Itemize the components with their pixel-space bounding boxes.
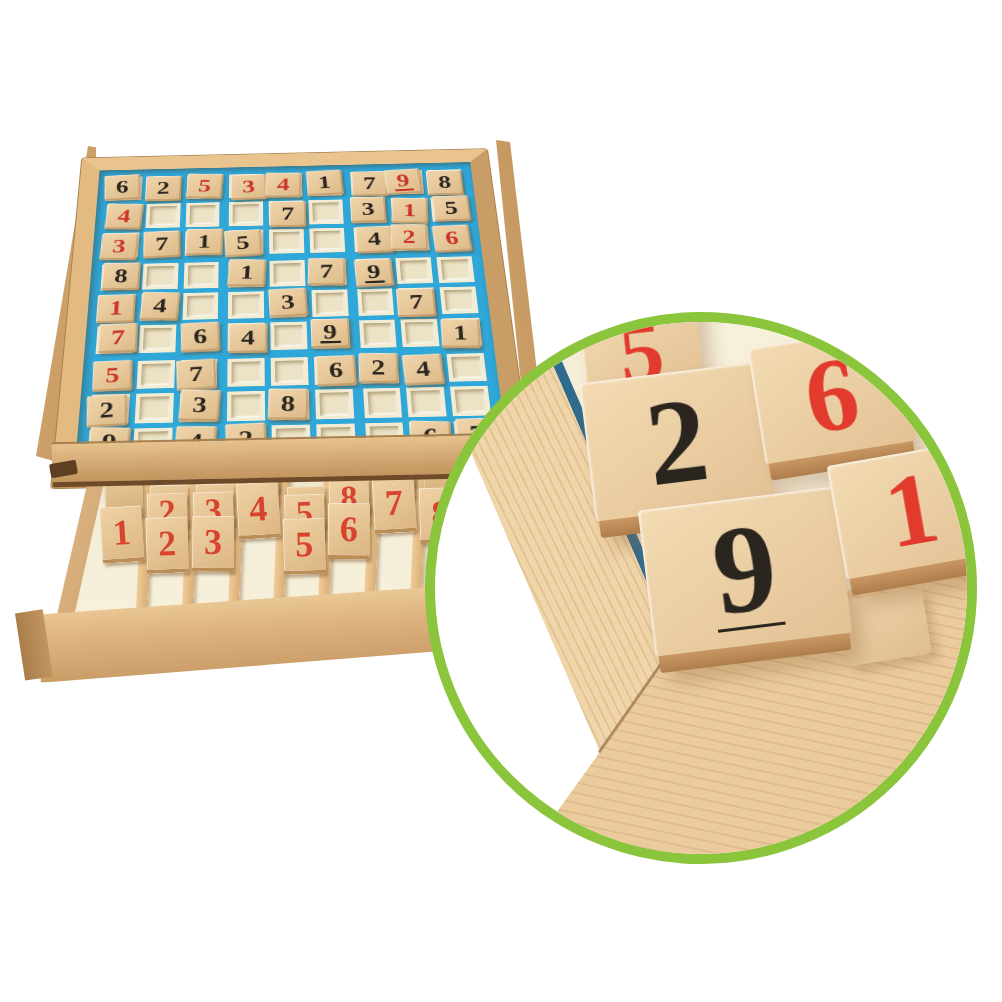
cell-r4c8[interactable] xyxy=(396,257,434,283)
cell-r3c6[interactable] xyxy=(309,227,345,253)
cell-r1c2[interactable]: 2 xyxy=(147,176,182,200)
tile-digit: 1 xyxy=(403,201,416,219)
board-tile-9[interactable]: 9 xyxy=(384,168,423,195)
cell-r4c4[interactable]: 1 xyxy=(229,261,264,288)
tile-digit: 9 xyxy=(363,263,384,284)
cell-r2c5[interactable]: 7 xyxy=(269,200,304,225)
cell-r5c3[interactable] xyxy=(182,292,218,319)
board-tile-8[interactable]: 8 xyxy=(268,389,308,420)
tile-digit: 6 xyxy=(798,339,866,450)
cell-r1c8[interactable]: 9 xyxy=(389,170,425,194)
cell-r4c3[interactable] xyxy=(183,262,219,289)
board-tile-4[interactable]: 4 xyxy=(229,323,268,352)
board-tile-3[interactable]: 3 xyxy=(99,233,139,259)
tile-digit: 3 xyxy=(281,292,296,313)
drawer-tile-7[interactable]: 7 xyxy=(371,476,416,535)
cell-r2c9[interactable]: 5 xyxy=(430,197,467,222)
cell-r5c4[interactable] xyxy=(228,291,264,318)
cell-r1c9[interactable]: 8 xyxy=(428,169,464,193)
box-5: 17349 xyxy=(228,259,350,350)
cell-r4c9[interactable] xyxy=(437,256,475,282)
board-tile-1[interactable]: 1 xyxy=(392,198,428,224)
inset-blank-tile-corner xyxy=(838,588,931,666)
board-tile-7[interactable]: 7 xyxy=(308,258,345,285)
cell-r1c4[interactable]: 3 xyxy=(229,174,263,198)
cell-r3c7[interactable]: 4 xyxy=(353,226,389,252)
tile-digit: 5 xyxy=(236,233,250,253)
tile-digit: 4 xyxy=(248,490,268,527)
cell-r5c6[interactable] xyxy=(311,289,348,316)
board-tile-8[interactable]: 8 xyxy=(426,170,464,195)
magnifier-photo: 52691 xyxy=(425,312,977,864)
cell-r3c4[interactable]: 5 xyxy=(229,229,264,255)
board-tile-5[interactable]: 5 xyxy=(92,359,132,391)
tile-digit: 6 xyxy=(116,178,129,196)
tile-digit: 7 xyxy=(155,234,168,253)
board-tile-7[interactable]: 7 xyxy=(98,323,138,353)
drawer-notch xyxy=(49,460,78,478)
drawer-tile-6[interactable]: 6 xyxy=(328,503,370,559)
board-tile-1[interactable]: 1 xyxy=(228,259,267,287)
board-tile-1[interactable]: 1 xyxy=(441,319,481,348)
cell-r1c1[interactable]: 6 xyxy=(107,177,142,201)
board-tile-6[interactable]: 6 xyxy=(105,174,141,201)
cell-r4c1[interactable]: 8 xyxy=(100,264,137,291)
cell-r3c3[interactable]: 1 xyxy=(184,230,219,256)
board-tile-7[interactable]: 7 xyxy=(270,201,306,227)
tile-digit: 1 xyxy=(240,263,255,283)
cell-r5c5[interactable]: 3 xyxy=(270,290,306,317)
board-tile-7[interactable]: 7 xyxy=(351,171,388,196)
cell-r5c9[interactable] xyxy=(440,287,479,314)
cell-r6c5[interactable] xyxy=(270,321,307,349)
tile-digit: 1 xyxy=(108,298,123,318)
tile-digit: 7 xyxy=(188,363,203,385)
drawer-tile-1[interactable]: 1 xyxy=(99,505,144,564)
tile-digit: 5 xyxy=(197,177,211,195)
cell-r7c5[interactable] xyxy=(271,357,309,386)
tile-digit: 3 xyxy=(361,200,375,218)
board-tile-1[interactable]: 1 xyxy=(96,294,136,323)
cell-r8c2[interactable] xyxy=(134,393,173,423)
cell-r8c5[interactable]: 8 xyxy=(271,390,309,420)
cell-r3c8[interactable]: 2 xyxy=(393,226,430,252)
tile-digit: 7 xyxy=(281,205,294,223)
tile-digit: 4 xyxy=(152,296,168,316)
tile-digit: 2 xyxy=(158,525,177,561)
cell-r7c3[interactable]: 7 xyxy=(180,359,218,388)
cell-r7c8[interactable]: 4 xyxy=(404,354,444,383)
cell-r4c5[interactable] xyxy=(270,260,306,287)
tile-digit: 4 xyxy=(415,358,432,380)
board-tile-3[interactable]: 3 xyxy=(231,174,267,200)
board-tile-5[interactable]: 5 xyxy=(224,229,262,257)
tile-digit: 1 xyxy=(453,323,468,344)
cell-r5c2[interactable]: 4 xyxy=(140,293,177,320)
tile-digit: 1 xyxy=(317,174,331,192)
tile-digit: 8 xyxy=(437,174,452,192)
tile-digit: 3 xyxy=(242,178,255,196)
cell-r7c4[interactable] xyxy=(228,358,265,387)
cell-r3c2[interactable]: 7 xyxy=(144,231,180,257)
tile-digit: 1 xyxy=(112,514,132,551)
board-tile-4[interactable]: 4 xyxy=(104,203,143,229)
tile-digit: 4 xyxy=(367,230,382,249)
cell-r6c4[interactable]: 4 xyxy=(228,322,265,350)
board-tile-1[interactable]: 1 xyxy=(185,228,223,255)
board-tile-3[interactable]: 3 xyxy=(349,196,387,222)
board-tile-2[interactable]: 2 xyxy=(87,394,127,428)
board-tile-1[interactable]: 1 xyxy=(306,170,344,196)
tile-digit: 9 xyxy=(393,172,414,191)
board-tile-3[interactable]: 3 xyxy=(178,390,220,422)
board-tile-4[interactable]: 4 xyxy=(139,292,180,321)
box-3: 798315426 xyxy=(350,169,471,252)
tile-digit: 9 xyxy=(704,511,785,633)
cell-r6c2[interactable] xyxy=(138,324,176,352)
cell-r8c4[interactable] xyxy=(227,391,265,421)
cell-r5c8[interactable]: 7 xyxy=(398,287,436,314)
board-tile-6[interactable]: 6 xyxy=(180,321,219,352)
cell-r6c8[interactable] xyxy=(401,319,440,347)
cell-r1c3[interactable]: 5 xyxy=(186,175,220,199)
board-tile-9[interactable]: 9 xyxy=(354,259,394,288)
cell-r8c1[interactable]: 2 xyxy=(90,394,130,424)
cell-r4c2[interactable] xyxy=(142,263,178,290)
cell-r2c2[interactable] xyxy=(145,203,180,228)
inset-tile-1[interactable]: 1 xyxy=(827,440,977,596)
tile-digit: 4 xyxy=(116,207,131,225)
sudoku-grid: 6254371341757983154268147617349971572394… xyxy=(87,169,495,460)
tile-digit: 6 xyxy=(328,359,343,381)
tile-digit: 6 xyxy=(444,228,460,247)
tile-digit: 2 xyxy=(640,378,714,504)
cell-r3c5[interactable] xyxy=(269,228,304,254)
cell-r6c9[interactable]: 1 xyxy=(443,318,482,346)
drawer-tile-3[interactable]: 3 xyxy=(192,516,234,572)
tile-digit: 6 xyxy=(340,511,358,547)
board-tile-7[interactable]: 7 xyxy=(396,288,436,317)
cell-r2c8[interactable]: 1 xyxy=(391,197,427,222)
board-tile-2[interactable]: 2 xyxy=(358,353,398,383)
cell-r2c6[interactable] xyxy=(308,199,343,224)
cell-r2c7[interactable]: 3 xyxy=(351,198,387,223)
tile-digit: 3 xyxy=(191,394,207,417)
drawer-tile-4[interactable]: 4 xyxy=(236,481,281,540)
tile-digit: 9 xyxy=(320,322,341,343)
board-tile-7[interactable]: 7 xyxy=(143,230,180,258)
cell-r3c1[interactable]: 3 xyxy=(103,232,139,258)
magnifier-inset: 52691 xyxy=(425,312,977,864)
tile-digit: 8 xyxy=(281,393,296,415)
cell-r7c7[interactable]: 2 xyxy=(361,355,400,384)
tile-digit: 7 xyxy=(111,327,126,348)
cell-r5c1[interactable]: 1 xyxy=(98,294,136,321)
board-tile-3[interactable]: 3 xyxy=(268,288,308,318)
cell-r4c6[interactable]: 7 xyxy=(310,259,346,286)
cell-r8c6[interactable] xyxy=(315,389,354,419)
cell-r6c3[interactable]: 6 xyxy=(181,324,218,352)
board-tile-7[interactable]: 7 xyxy=(176,358,216,391)
cell-r8c7[interactable] xyxy=(363,388,403,418)
box-6: 971 xyxy=(355,256,482,347)
inset-tile-face: 9 xyxy=(638,487,852,657)
product-photo-scene: 6254371341757983154268147617349971572394… xyxy=(0,0,1002,1002)
cell-r3c9[interactable]: 6 xyxy=(433,225,470,251)
cell-r8c3[interactable]: 3 xyxy=(179,392,217,422)
tile-digit: 6 xyxy=(193,326,207,347)
board-tile-9[interactable]: 9 xyxy=(310,318,350,348)
tile-digit: 1 xyxy=(197,232,211,251)
board-tile-2[interactable]: 2 xyxy=(391,224,429,250)
tile-digit: 5 xyxy=(444,199,459,218)
tile-digit: 7 xyxy=(320,262,333,281)
board-tile-5[interactable]: 5 xyxy=(185,174,223,199)
cell-r2c1[interactable]: 4 xyxy=(105,204,141,229)
cell-r5c7[interactable] xyxy=(357,288,395,315)
tile-digit: 5 xyxy=(105,364,119,386)
cell-r4c7[interactable]: 9 xyxy=(355,258,392,284)
box-1: 6254371 xyxy=(103,175,220,258)
board-tile-2[interactable]: 2 xyxy=(145,176,182,201)
board-tile-4[interactable]: 4 xyxy=(355,225,394,252)
cell-r8c8[interactable] xyxy=(406,387,446,417)
cell-r6c7[interactable] xyxy=(359,319,397,347)
tile-digit: 4 xyxy=(241,328,255,349)
cell-r2c4[interactable] xyxy=(229,201,263,226)
cell-r8c9[interactable] xyxy=(450,386,491,416)
inset-tile-9[interactable]: 9 xyxy=(638,487,855,674)
box-2: 34175 xyxy=(229,172,345,255)
tile-digit: 3 xyxy=(204,524,222,560)
cell-r2c3[interactable] xyxy=(185,202,220,227)
cell-r7c2[interactable] xyxy=(136,360,174,389)
board-tile-8[interactable]: 8 xyxy=(101,263,141,291)
tile-digit: 3 xyxy=(112,237,127,256)
drawer-tile-5[interactable]: 5 xyxy=(282,518,326,575)
board-tile-5[interactable]: 5 xyxy=(432,195,471,222)
board-tile-4[interactable]: 4 xyxy=(265,173,301,198)
cell-r7c9[interactable] xyxy=(447,353,487,382)
box-4: 81476 xyxy=(96,262,219,354)
cell-r7c6[interactable]: 6 xyxy=(314,356,352,385)
cell-r1c6[interactable]: 1 xyxy=(307,172,342,196)
cell-r7c1[interactable]: 5 xyxy=(93,361,132,390)
tile-digit: 7 xyxy=(363,175,376,193)
tile-digit: 8 xyxy=(113,267,128,287)
tile-digit: 1 xyxy=(878,455,946,564)
tile-digit: 2 xyxy=(371,357,385,379)
board-tile-6[interactable]: 6 xyxy=(315,355,356,386)
tile-digit: 2 xyxy=(156,179,169,197)
drawer-tile-2[interactable]: 2 xyxy=(145,517,189,574)
tile-digit: 2 xyxy=(403,228,417,247)
cell-r6c1[interactable]: 7 xyxy=(96,325,134,353)
tile-digit: 4 xyxy=(277,176,290,194)
board-tile-6[interactable]: 6 xyxy=(432,224,473,252)
tile-digit: 7 xyxy=(409,292,424,312)
tile-digit: 7 xyxy=(384,484,404,521)
board-tile-4[interactable]: 4 xyxy=(402,353,445,385)
tile-digit: 5 xyxy=(295,526,314,562)
cell-r1c5[interactable]: 4 xyxy=(268,173,302,197)
cell-r1c7[interactable]: 7 xyxy=(350,171,385,195)
tile-digit: 2 xyxy=(100,400,114,423)
cell-r6c6[interactable]: 9 xyxy=(313,321,351,349)
